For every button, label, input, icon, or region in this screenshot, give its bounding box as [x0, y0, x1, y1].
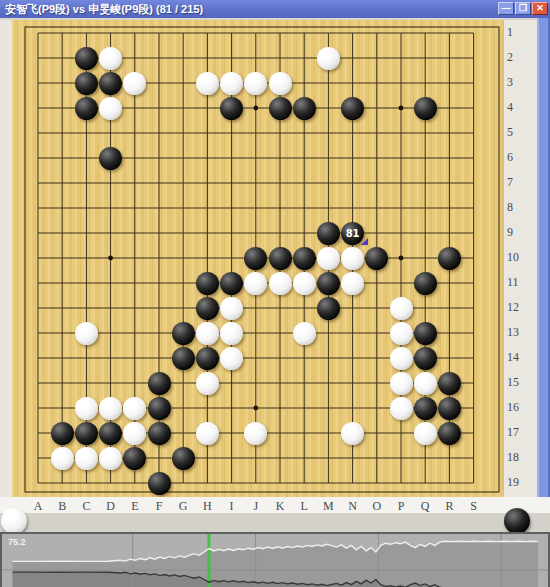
row-label-13: 13: [507, 325, 519, 340]
stone-F19: [148, 472, 171, 495]
stone-G13: [172, 322, 195, 345]
stone-F16: [148, 397, 171, 420]
stone-B18: [51, 447, 74, 470]
stone-L13: [293, 322, 316, 345]
analysis-triangle-marker: [361, 238, 368, 245]
black-player-stone-icon: [504, 508, 530, 534]
column-label-N: N: [346, 499, 360, 514]
column-label-Q: Q: [418, 499, 432, 514]
stone-K11: [269, 272, 292, 295]
stone-K4: [269, 97, 292, 120]
go-board[interactable]: 81: [0, 0, 550, 513]
stone-B17: [51, 422, 74, 445]
stone-H15: [196, 372, 219, 395]
stone-L4: [293, 97, 316, 120]
stone-E3: [123, 72, 146, 95]
stone-Q13: [414, 322, 437, 345]
stone-I3: [220, 72, 243, 95]
column-label-G: G: [176, 499, 190, 514]
stone-R16: [438, 397, 461, 420]
stone-M9: [317, 222, 340, 245]
stone-M11: [317, 272, 340, 295]
stone-P13: [390, 322, 413, 345]
stone-C18: [75, 447, 98, 470]
stone-P15: [390, 372, 413, 395]
stone-O10: [365, 247, 388, 270]
column-label-J: J: [249, 499, 263, 514]
stone-E18: [123, 447, 146, 470]
row-label-1: 1: [507, 25, 513, 40]
stone-P12: [390, 297, 413, 320]
stone-I12: [220, 297, 243, 320]
column-label-A: A: [31, 499, 45, 514]
row-label-8: 8: [507, 200, 513, 215]
stone-J17: [244, 422, 267, 445]
stone-D4: [99, 97, 122, 120]
winrate-bar: 75.2% 24.8%: [0, 513, 550, 532]
stone-J11: [244, 272, 267, 295]
column-label-O: O: [370, 499, 384, 514]
stone-C4: [75, 97, 98, 120]
stone-Q15: [414, 372, 437, 395]
stone-H11: [196, 272, 219, 295]
stone-D3: [99, 72, 122, 95]
row-label-5: 5: [507, 125, 513, 140]
row-label-4: 4: [507, 100, 513, 115]
stone-Q14: [414, 347, 437, 370]
row-label-10: 10: [507, 250, 519, 265]
column-label-S: S: [467, 499, 481, 514]
app-window: 安智飞(P9段) vs 申旻峻(P9段) (81 / 215) — ❐ ✕ 81…: [0, 0, 550, 587]
stone-Q16: [414, 397, 437, 420]
stone-D6: [99, 147, 122, 170]
stone-N17: [341, 422, 364, 445]
stone-H12: [196, 297, 219, 320]
stone-J10: [244, 247, 267, 270]
row-label-9: 9: [507, 225, 513, 240]
stone-E17: [123, 422, 146, 445]
stone-H14: [196, 347, 219, 370]
white-player-stone-icon: [1, 508, 27, 534]
stone-R15: [438, 372, 461, 395]
stone-D18: [99, 447, 122, 470]
stone-C13: [75, 322, 98, 345]
stone-P14: [390, 347, 413, 370]
row-label-17: 17: [507, 425, 519, 440]
stone-Q11: [414, 272, 437, 295]
stone-C16: [75, 397, 98, 420]
stone-I4: [220, 97, 243, 120]
row-label-6: 6: [507, 150, 513, 165]
row-label-18: 18: [507, 450, 519, 465]
row-label-19: 19: [507, 475, 519, 490]
stone-L10: [293, 247, 316, 270]
column-label-I: I: [225, 499, 239, 514]
stone-D2: [99, 47, 122, 70]
stone-C3: [75, 72, 98, 95]
stone-L11: [293, 272, 316, 295]
column-label-B: B: [55, 499, 69, 514]
column-label-R: R: [442, 499, 456, 514]
column-label-L: L: [297, 499, 311, 514]
row-label-12: 12: [507, 300, 519, 315]
stone-D16: [99, 397, 122, 420]
row-label-11: 11: [507, 275, 519, 290]
stone-M10: [317, 247, 340, 270]
stone-F17: [148, 422, 171, 445]
column-label-E: E: [128, 499, 142, 514]
stone-M2: [317, 47, 340, 70]
column-label-F: F: [152, 499, 166, 514]
stone-I11: [220, 272, 243, 295]
stone-H13: [196, 322, 219, 345]
stone-I13: [220, 322, 243, 345]
stone-Q4: [414, 97, 437, 120]
graph-current-value: 75.2: [8, 537, 26, 547]
stone-H17: [196, 422, 219, 445]
winrate-graph-canvas: [0, 534, 550, 587]
stone-K10: [269, 247, 292, 270]
stone-J3: [244, 72, 267, 95]
stone-M12: [317, 297, 340, 320]
stone-K3: [269, 72, 292, 95]
row-label-3: 3: [507, 75, 513, 90]
stone-Q17: [414, 422, 437, 445]
column-label-D: D: [104, 499, 118, 514]
row-label-14: 14: [507, 350, 519, 365]
row-label-16: 16: [507, 400, 519, 415]
winrate-graph[interactable]: 75.2: [0, 532, 550, 587]
row-label-2: 2: [507, 50, 513, 65]
column-label-C: C: [79, 499, 93, 514]
stone-C17: [75, 422, 98, 445]
row-label-7: 7: [507, 175, 513, 190]
stone-N11: [341, 272, 364, 295]
column-label-M: M: [321, 499, 335, 514]
stone-G18: [172, 447, 195, 470]
stone-E16: [123, 397, 146, 420]
column-label-H: H: [200, 499, 214, 514]
stone-R10: [438, 247, 461, 270]
stone-R17: [438, 422, 461, 445]
stone-N4: [341, 97, 364, 120]
stone-C2: [75, 47, 98, 70]
stone-P16: [390, 397, 413, 420]
stone-N10: [341, 247, 364, 270]
stone-G14: [172, 347, 195, 370]
column-label-K: K: [273, 499, 287, 514]
stone-I14: [220, 347, 243, 370]
stone-F15: [148, 372, 171, 395]
stone-D17: [99, 422, 122, 445]
stone-H3: [196, 72, 219, 95]
column-label-P: P: [394, 499, 408, 514]
row-label-15: 15: [507, 375, 519, 390]
